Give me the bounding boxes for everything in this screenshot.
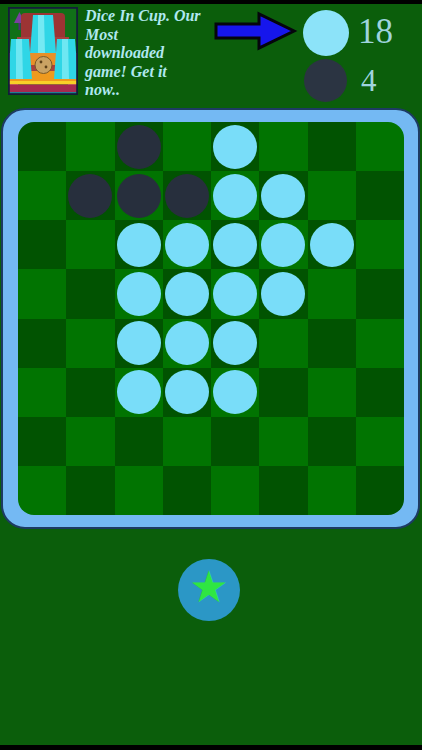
cell-r6-c1[interactable] (18, 368, 66, 417)
cell-r3-c2[interactable] (66, 220, 114, 269)
cell-r1-c7[interactable] (308, 122, 356, 171)
cell-r5-c7[interactable] (308, 319, 356, 368)
light-disc (213, 174, 257, 218)
cell-r1-c2[interactable] (66, 122, 114, 171)
dark-disc (165, 174, 209, 218)
cell-r4-c3[interactable] (115, 269, 163, 318)
cell-r8-c2[interactable] (66, 466, 114, 515)
die-icon (35, 57, 52, 74)
cell-r2-c8[interactable] (356, 171, 404, 220)
bottom-black-bar (0, 745, 422, 750)
cell-r6-c7[interactable] (308, 368, 356, 417)
cell-r6-c2[interactable] (66, 368, 114, 417)
light-disc (117, 272, 161, 316)
cell-r4-c6[interactable] (259, 269, 307, 318)
cell-r4-c4[interactable] (163, 269, 211, 318)
cell-r3-c1[interactable] (18, 220, 66, 269)
cell-r5-c2[interactable] (66, 319, 114, 368)
cell-r8-c3[interactable] (115, 466, 163, 515)
cell-r1-c5[interactable] (211, 122, 259, 171)
cell-r2-c5[interactable] (211, 171, 259, 220)
light-disc (213, 272, 257, 316)
cell-r5-c4[interactable] (163, 319, 211, 368)
light-disc (165, 321, 209, 365)
cell-r7-c2[interactable] (66, 417, 114, 466)
cell-r8-c1[interactable] (18, 466, 66, 515)
cell-r1-c3[interactable] (115, 122, 163, 171)
cell-r4-c5[interactable] (211, 269, 259, 318)
cell-r5-c5[interactable] (211, 319, 259, 368)
cell-r8-c7[interactable] (308, 466, 356, 515)
cell-r7-c4[interactable] (163, 417, 211, 466)
light-disc (213, 370, 257, 414)
light-disc (213, 223, 257, 267)
cell-r1-c6[interactable] (259, 122, 307, 171)
cell-r4-c8[interactable] (356, 269, 404, 318)
cell-r3-c5[interactable] (211, 220, 259, 269)
cell-r5-c1[interactable] (18, 319, 66, 368)
cell-r8-c4[interactable] (163, 466, 211, 515)
light-disc (165, 272, 209, 316)
light-player-score: 18 (358, 8, 393, 56)
dark-disc (68, 174, 112, 218)
light-disc (117, 321, 161, 365)
new-game-button[interactable]: ★ (178, 559, 240, 621)
cell-r5-c6[interactable] (259, 319, 307, 368)
ad-text-line: Dice In Cup. Our (85, 7, 217, 26)
light-disc (117, 370, 161, 414)
dark-disc (117, 174, 161, 218)
light-disc (165, 223, 209, 267)
light-disc (261, 174, 305, 218)
cell-r6-c3[interactable] (115, 368, 163, 417)
ad-thumbnail-image[interactable] (8, 7, 78, 95)
cell-r7-c1[interactable] (18, 417, 66, 466)
star-icon: ★ (189, 565, 228, 609)
cell-r3-c4[interactable] (163, 220, 211, 269)
cell-r2-c3[interactable] (115, 171, 163, 220)
cell-r2-c1[interactable] (18, 171, 66, 220)
cell-r3-c6[interactable] (259, 220, 307, 269)
dark-player-score: 4 (361, 58, 377, 104)
ad-text-line: game! Get it (85, 63, 217, 82)
ad-text-line: Most (85, 26, 217, 45)
light-disc (261, 223, 305, 267)
light-disc (261, 272, 305, 316)
app-screen: Dice In Cup. Our Most downloaded game! G… (0, 0, 422, 750)
ad-text: Dice In Cup. Our Most downloaded game! G… (85, 7, 217, 100)
light-disc (310, 223, 354, 267)
cell-r5-c3[interactable] (115, 319, 163, 368)
light-disc (165, 370, 209, 414)
cell-r3-c3[interactable] (115, 220, 163, 269)
light-disc (213, 321, 257, 365)
cell-r2-c7[interactable] (308, 171, 356, 220)
board-frame (1, 108, 420, 529)
cell-r5-c8[interactable] (356, 319, 404, 368)
cell-r7-c8[interactable] (356, 417, 404, 466)
dark-disc (117, 125, 161, 169)
cell-r6-c6[interactable] (259, 368, 307, 417)
cell-r6-c5[interactable] (211, 368, 259, 417)
cell-r7-c6[interactable] (259, 417, 307, 466)
arrow-right-icon (213, 11, 299, 51)
board-grid (18, 122, 404, 515)
cell-r7-c5[interactable] (211, 417, 259, 466)
cell-r3-c7[interactable] (308, 220, 356, 269)
cell-r2-c4[interactable] (163, 171, 211, 220)
cell-r1-c8[interactable] (356, 122, 404, 171)
light-disc (213, 125, 257, 169)
cell-r1-c4[interactable] (163, 122, 211, 171)
cell-r2-c2[interactable] (66, 171, 114, 220)
ad-text-line: downloaded (85, 44, 217, 63)
cell-r4-c2[interactable] (66, 269, 114, 318)
cell-r4-c1[interactable] (18, 269, 66, 318)
cell-r4-c7[interactable] (308, 269, 356, 318)
cell-r6-c4[interactable] (163, 368, 211, 417)
cell-r1-c1[interactable] (18, 122, 66, 171)
dark-player-score-disc (304, 59, 347, 102)
cell-r8-c6[interactable] (259, 466, 307, 515)
light-disc (117, 223, 161, 267)
cell-r7-c7[interactable] (308, 417, 356, 466)
cell-r8-c8[interactable] (356, 466, 404, 515)
cell-r3-c8[interactable] (356, 220, 404, 269)
cell-r7-c3[interactable] (115, 417, 163, 466)
ad-text-line: now.. (85, 81, 217, 100)
cell-r6-c8[interactable] (356, 368, 404, 417)
light-player-score-disc (303, 10, 349, 56)
cell-r8-c5[interactable] (211, 466, 259, 515)
cell-r2-c6[interactable] (259, 171, 307, 220)
